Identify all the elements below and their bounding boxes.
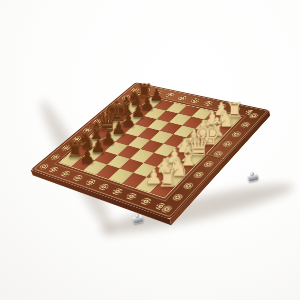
chess-board: ♜♞♝♛♚♝♞♜♟♟♟♟♟♟♟♟♟♟♟♟♟♟♟♟♜♞♝♛♚♝♞♜ xyxy=(31,82,270,219)
chess-set-photo: ♜♞♝♛♚♝♞♜♟♟♟♟♟♟♟♟♟♟♟♟♟♟♟♟♜♞♝♛♚♝♞♜ xyxy=(0,0,300,300)
camera-tilt-wrapper: ♜♞♝♛♚♝♞♜♟♟♟♟♟♟♟♟♟♟♟♟♟♟♟♟♜♞♝♛♚♝♞♜ xyxy=(0,0,300,300)
